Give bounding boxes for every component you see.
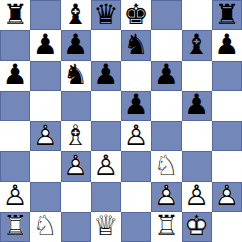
square-a4[interactable] [0, 121, 30, 151]
square-h5[interactable] [212, 91, 242, 121]
white-piece-outline: ♙ [61, 151, 91, 181]
square-c4[interactable]: ♝♗ [61, 121, 91, 151]
square-a1[interactable]: ♜♖ [0, 212, 30, 242]
piece-white-pawn[interactable]: ♟♙ [61, 151, 91, 181]
piece-white-knight[interactable]: ♞♘ [151, 151, 181, 181]
square-b4[interactable]: ♟♙ [30, 121, 60, 151]
square-h8[interactable]: ♜ [212, 0, 242, 30]
square-f1[interactable]: ♜♖ [151, 212, 181, 242]
square-a7[interactable] [0, 30, 30, 60]
square-b1[interactable]: ♞♘ [30, 212, 60, 242]
piece-white-king[interactable]: ♚♔ [182, 212, 212, 242]
piece-black-king[interactable]: ♚ [121, 0, 151, 30]
piece-white-rook[interactable]: ♜♖ [151, 212, 181, 242]
black-piece-glyph: ♝ [182, 30, 212, 60]
piece-black-pawn[interactable]: ♟ [182, 91, 212, 121]
square-f8[interactable] [151, 0, 181, 30]
piece-black-knight[interactable]: ♞ [61, 61, 91, 91]
square-d6[interactable]: ♟ [91, 61, 121, 91]
square-d2[interactable] [91, 182, 121, 212]
square-e5[interactable]: ♟ [121, 91, 151, 121]
square-e4[interactable]: ♟♙ [121, 121, 151, 151]
square-c7[interactable]: ♟ [61, 30, 91, 60]
square-d5[interactable] [91, 91, 121, 121]
square-d3[interactable]: ♟♙ [91, 151, 121, 181]
square-f2[interactable]: ♟♙ [151, 182, 181, 212]
white-piece-outline: ♖ [0, 212, 30, 242]
square-d4[interactable] [91, 121, 121, 151]
square-a2[interactable]: ♟♙ [0, 182, 30, 212]
piece-white-rook[interactable]: ♜♖ [0, 212, 30, 242]
square-d8[interactable]: ♛ [91, 0, 121, 30]
square-a3[interactable] [0, 151, 30, 181]
square-e6[interactable] [121, 61, 151, 91]
white-piece-outline: ♕ [91, 212, 121, 242]
piece-black-pawn[interactable]: ♟ [0, 61, 30, 91]
white-piece-outline: ♙ [212, 182, 242, 212]
piece-white-knight[interactable]: ♞♘ [30, 212, 60, 242]
piece-white-queen[interactable]: ♛♕ [91, 212, 121, 242]
square-c6[interactable]: ♞ [61, 61, 91, 91]
square-a5[interactable] [0, 91, 30, 121]
white-piece-outline: ♔ [182, 212, 212, 242]
square-g5[interactable]: ♟ [182, 91, 212, 121]
piece-black-rook[interactable]: ♜ [0, 0, 30, 30]
black-piece-glyph: ♟ [30, 30, 60, 60]
piece-white-bishop[interactable]: ♝♗ [61, 121, 91, 151]
square-e8[interactable]: ♚ [121, 0, 151, 30]
square-e3[interactable] [121, 151, 151, 181]
piece-white-pawn[interactable]: ♟♙ [212, 182, 242, 212]
square-g1[interactable]: ♚♔ [182, 212, 212, 242]
black-piece-glyph: ♟ [151, 61, 181, 91]
piece-white-pawn[interactable]: ♟♙ [30, 121, 60, 151]
square-h1[interactable] [212, 212, 242, 242]
piece-white-pawn[interactable]: ♟♙ [121, 121, 151, 151]
square-f6[interactable]: ♟ [151, 61, 181, 91]
square-h2[interactable]: ♟♙ [212, 182, 242, 212]
piece-black-pawn[interactable]: ♟ [30, 30, 60, 60]
black-piece-glyph: ♞ [121, 30, 151, 60]
square-b6[interactable] [30, 61, 60, 91]
black-piece-glyph: ♜ [0, 0, 30, 30]
piece-white-pawn[interactable]: ♟♙ [151, 182, 181, 212]
square-h3[interactable] [212, 151, 242, 181]
square-f7[interactable] [151, 30, 181, 60]
square-e1[interactable] [121, 212, 151, 242]
black-piece-glyph: ♟ [182, 91, 212, 121]
square-b7[interactable]: ♟ [30, 30, 60, 60]
square-h6[interactable] [212, 61, 242, 91]
white-piece-outline: ♘ [151, 151, 181, 181]
black-piece-glyph: ♟ [121, 91, 151, 121]
square-c2[interactable] [61, 182, 91, 212]
white-piece-outline: ♙ [30, 121, 60, 151]
piece-black-bishop[interactable]: ♝ [61, 0, 91, 30]
square-h4[interactable] [212, 121, 242, 151]
square-a6[interactable]: ♟ [0, 61, 30, 91]
square-e2[interactable] [121, 182, 151, 212]
piece-black-pawn[interactable]: ♟ [151, 61, 181, 91]
piece-black-pawn[interactable]: ♟ [212, 30, 242, 60]
square-g6[interactable] [182, 61, 212, 91]
square-c1[interactable] [61, 212, 91, 242]
piece-white-pawn[interactable]: ♟♙ [91, 151, 121, 181]
square-g8[interactable] [182, 0, 212, 30]
white-piece-outline: ♗ [61, 121, 91, 151]
square-b5[interactable] [30, 91, 60, 121]
square-b8[interactable] [30, 0, 60, 30]
black-piece-glyph: ♝ [61, 0, 91, 30]
white-piece-outline: ♙ [151, 182, 181, 212]
white-piece-outline: ♖ [151, 212, 181, 242]
black-piece-glyph: ♚ [121, 0, 151, 30]
black-piece-glyph: ♟ [91, 61, 121, 91]
piece-black-queen[interactable]: ♛ [91, 0, 121, 30]
black-piece-glyph: ♟ [212, 30, 242, 60]
square-b3[interactable] [30, 151, 60, 181]
piece-black-knight[interactable]: ♞ [121, 30, 151, 60]
piece-white-pawn[interactable]: ♟♙ [0, 182, 30, 212]
piece-black-bishop[interactable]: ♝ [182, 30, 212, 60]
square-f4[interactable] [151, 121, 181, 151]
piece-black-pawn[interactable]: ♟ [121, 91, 151, 121]
square-c5[interactable] [61, 91, 91, 121]
piece-black-pawn[interactable]: ♟ [91, 61, 121, 91]
chess-board[interactable]: ♜♝♛♚♜♟♟♞♝♟♟♞♟♟♟♟♟♙♝♗♟♙♟♙♟♙♞♘♟♙♟♙♟♙♟♙♜♖♞♘… [0, 0, 242, 242]
white-piece-outline: ♙ [121, 121, 151, 151]
black-piece-glyph: ♜ [212, 0, 242, 30]
white-piece-outline: ♙ [182, 182, 212, 212]
square-a8[interactable]: ♜ [0, 0, 30, 30]
black-piece-glyph: ♟ [0, 61, 30, 91]
square-c3[interactable]: ♟♙ [61, 151, 91, 181]
black-piece-glyph: ♞ [61, 61, 91, 91]
white-piece-outline: ♙ [0, 182, 30, 212]
black-piece-glyph: ♟ [61, 30, 91, 60]
square-g7[interactable]: ♝ [182, 30, 212, 60]
black-piece-glyph: ♛ [91, 0, 121, 30]
square-g2[interactable]: ♟♙ [182, 182, 212, 212]
square-c8[interactable]: ♝ [61, 0, 91, 30]
square-d7[interactable] [91, 30, 121, 60]
square-g4[interactable] [182, 121, 212, 151]
square-f5[interactable] [151, 91, 181, 121]
square-h7[interactable]: ♟ [212, 30, 242, 60]
square-f3[interactable]: ♞♘ [151, 151, 181, 181]
square-d1[interactable]: ♛♕ [91, 212, 121, 242]
square-g3[interactable] [182, 151, 212, 181]
piece-white-pawn[interactable]: ♟♙ [182, 182, 212, 212]
piece-black-pawn[interactable]: ♟ [61, 30, 91, 60]
white-piece-outline: ♙ [91, 151, 121, 181]
square-e7[interactable]: ♞ [121, 30, 151, 60]
white-piece-outline: ♘ [30, 212, 60, 242]
piece-black-rook[interactable]: ♜ [212, 0, 242, 30]
square-b2[interactable] [30, 182, 60, 212]
